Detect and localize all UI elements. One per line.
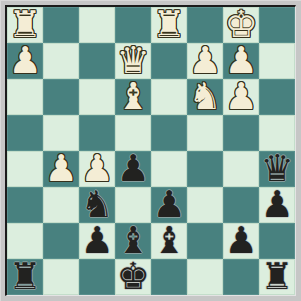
square-d6[interactable]: ♟	[151, 187, 187, 223]
square-e4[interactable]	[115, 115, 151, 151]
square-e2[interactable]: ♛	[115, 43, 151, 79]
square-b6[interactable]	[223, 187, 259, 223]
square-a5[interactable]: ♛	[259, 151, 295, 187]
black-pawn[interactable]: ♟	[224, 223, 257, 259]
square-b2[interactable]: ♟	[223, 43, 259, 79]
square-f7[interactable]: ♟	[79, 223, 115, 259]
black-queen[interactable]: ♛	[260, 151, 293, 187]
square-d1[interactable]: ♜	[151, 7, 187, 43]
square-h2[interactable]: ♟	[7, 43, 43, 79]
square-h6[interactable]	[7, 187, 43, 223]
black-pawn[interactable]: ♟	[152, 187, 185, 223]
square-d4[interactable]	[151, 115, 187, 151]
white-pawn[interactable]: ♟	[188, 43, 221, 79]
square-d2[interactable]	[151, 43, 187, 79]
white-rook[interactable]: ♜	[152, 7, 185, 43]
white-king[interactable]: ♚	[224, 7, 257, 43]
square-f2[interactable]	[79, 43, 115, 79]
square-g4[interactable]	[43, 115, 79, 151]
square-d3[interactable]	[151, 79, 187, 115]
square-a6[interactable]: ♟	[259, 187, 295, 223]
white-pawn[interactable]: ♟	[224, 79, 257, 115]
white-queen[interactable]: ♛	[116, 43, 149, 79]
square-e5[interactable]: ♟	[115, 151, 151, 187]
white-pawn[interactable]: ♟	[8, 43, 41, 79]
square-c5[interactable]	[187, 151, 223, 187]
square-h1[interactable]: ♜	[7, 7, 43, 43]
square-g2[interactable]	[43, 43, 79, 79]
white-knight[interactable]: ♞	[188, 79, 221, 115]
square-a3[interactable]	[259, 79, 295, 115]
square-h8[interactable]: ♜	[7, 259, 43, 295]
square-e7[interactable]: ♝	[115, 223, 151, 259]
square-a4[interactable]	[259, 115, 295, 151]
square-h4[interactable]	[7, 115, 43, 151]
square-c8[interactable]	[187, 259, 223, 295]
black-king[interactable]: ♚	[116, 259, 149, 295]
square-h7[interactable]	[7, 223, 43, 259]
square-a8[interactable]: ♜	[259, 259, 295, 295]
square-h5[interactable]	[7, 151, 43, 187]
white-rook[interactable]: ♜	[8, 7, 41, 43]
chess-board: ♜♜♚♟♛♟♟♝♞♟♟♟♟♛♞♟♟♟♝♝♟♜♚♜	[5, 5, 296, 296]
board-frame: ♜♜♚♟♛♟♟♝♞♟♟♟♟♛♞♟♟♟♝♝♟♜♚♜	[0, 0, 301, 301]
square-d5[interactable]	[151, 151, 187, 187]
black-rook[interactable]: ♜	[260, 259, 293, 295]
square-c1[interactable]	[187, 7, 223, 43]
square-g5[interactable]: ♟	[43, 151, 79, 187]
square-b7[interactable]: ♟	[223, 223, 259, 259]
square-f6[interactable]: ♞	[79, 187, 115, 223]
white-pawn[interactable]: ♟	[80, 151, 113, 187]
square-e6[interactable]	[115, 187, 151, 223]
square-c6[interactable]	[187, 187, 223, 223]
square-b4[interactable]	[223, 115, 259, 151]
square-g6[interactable]	[43, 187, 79, 223]
square-b3[interactable]: ♟	[223, 79, 259, 115]
square-g7[interactable]	[43, 223, 79, 259]
square-c7[interactable]	[187, 223, 223, 259]
square-b1[interactable]: ♚	[223, 7, 259, 43]
black-pawn[interactable]: ♟	[80, 223, 113, 259]
white-bishop[interactable]: ♝	[116, 79, 149, 115]
square-h3[interactable]	[7, 79, 43, 115]
square-g1[interactable]	[43, 7, 79, 43]
square-c3[interactable]: ♞	[187, 79, 223, 115]
square-b8[interactable]	[223, 259, 259, 295]
square-f3[interactable]	[79, 79, 115, 115]
square-d8[interactable]	[151, 259, 187, 295]
black-bishop[interactable]: ♝	[152, 223, 185, 259]
black-knight[interactable]: ♞	[80, 187, 113, 223]
square-f1[interactable]	[79, 7, 115, 43]
white-pawn[interactable]: ♟	[44, 151, 77, 187]
square-c4[interactable]	[187, 115, 223, 151]
square-g8[interactable]	[43, 259, 79, 295]
square-e1[interactable]	[115, 7, 151, 43]
square-a2[interactable]	[259, 43, 295, 79]
square-f5[interactable]: ♟	[79, 151, 115, 187]
square-a7[interactable]	[259, 223, 295, 259]
black-bishop[interactable]: ♝	[116, 223, 149, 259]
square-g3[interactable]	[43, 79, 79, 115]
square-d7[interactable]: ♝	[151, 223, 187, 259]
square-f8[interactable]	[79, 259, 115, 295]
square-f4[interactable]	[79, 115, 115, 151]
white-pawn[interactable]: ♟	[224, 43, 257, 79]
square-e3[interactable]: ♝	[115, 79, 151, 115]
square-b5[interactable]	[223, 151, 259, 187]
square-c2[interactable]: ♟	[187, 43, 223, 79]
black-pawn[interactable]: ♟	[116, 151, 149, 187]
black-rook[interactable]: ♜	[8, 259, 41, 295]
black-pawn[interactable]: ♟	[260, 187, 293, 223]
square-e8[interactable]: ♚	[115, 259, 151, 295]
square-a1[interactable]	[259, 7, 295, 43]
